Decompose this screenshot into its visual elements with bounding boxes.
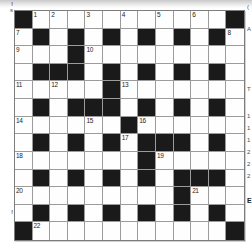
- cell-r5c3[interactable]: 12: [50, 81, 68, 99]
- cell-r3c11[interactable]: [191, 46, 209, 64]
- cell-r5c5[interactable]: [85, 81, 103, 99]
- clue-number-13: 13: [122, 81, 128, 88]
- cell-r11c1[interactable]: 20: [15, 187, 33, 205]
- cell-r9c3[interactable]: [50, 152, 68, 170]
- cell-r1c8[interactable]: [138, 11, 156, 29]
- cell-r11c11[interactable]: 21: [191, 187, 209, 205]
- cell-r9c2[interactable]: [33, 152, 51, 170]
- cell-r5c2[interactable]: [33, 81, 51, 99]
- cell-r8c5[interactable]: [85, 134, 103, 152]
- cell-r6c11[interactable]: [191, 99, 209, 117]
- cell-r4c7[interactable]: [121, 64, 139, 82]
- cell-r7c1[interactable]: 14: [15, 117, 33, 135]
- cell-r3c2[interactable]: [33, 46, 51, 64]
- cell-r7c6[interactable]: [103, 117, 121, 135]
- cell-r11c6[interactable]: [103, 187, 121, 205]
- cell-r6c13[interactable]: [226, 99, 244, 117]
- black-cell-r8c10: [174, 134, 192, 152]
- black-cell-r12c4: [68, 205, 86, 223]
- cell-r7c13[interactable]: [226, 117, 244, 135]
- cell-r11c5[interactable]: [85, 187, 103, 205]
- cell-r5c11[interactable]: [191, 81, 209, 99]
- clue-number-9: 9: [16, 46, 19, 53]
- cell-r2c13[interactable]: 8: [226, 29, 244, 47]
- cell-r4c9[interactable]: [156, 64, 174, 82]
- cell-r10c5[interactable]: [85, 170, 103, 188]
- edge-fragment-right-10: 2: [247, 161, 252, 167]
- cell-r5c4[interactable]: [68, 81, 86, 99]
- cell-r11c12[interactable]: [209, 187, 227, 205]
- black-cell-r8c2: [33, 134, 51, 152]
- cell-r8c13[interactable]: [226, 134, 244, 152]
- cell-r3c5[interactable]: 10: [85, 46, 103, 64]
- cell-r13c7[interactable]: [121, 222, 139, 240]
- clue-number-15: 15: [86, 117, 92, 124]
- black-cell-r10c10: [174, 170, 192, 188]
- clue-number-1: 1: [34, 11, 37, 18]
- cell-r10c13[interactable]: [226, 170, 244, 188]
- cell-r13c9[interactable]: [156, 222, 174, 240]
- cell-r1c5[interactable]: 3: [85, 11, 103, 29]
- black-cell-r2c6: [103, 29, 121, 47]
- cell-r5c1[interactable]: 11: [15, 81, 33, 99]
- cell-r8c1[interactable]: [15, 134, 33, 152]
- cell-r3c6[interactable]: [103, 46, 121, 64]
- cell-r3c13[interactable]: [226, 46, 244, 64]
- cell-r13c6[interactable]: [103, 222, 121, 240]
- black-cell-r3c4: [68, 46, 86, 64]
- black-cell-r4c12: [209, 64, 227, 82]
- black-cell-r4c10: [174, 64, 192, 82]
- cell-r10c3[interactable]: [50, 170, 68, 188]
- cell-r7c8[interactable]: 16: [138, 117, 156, 135]
- black-cell-r6c6: [103, 99, 121, 117]
- black-cell-r12c2: [33, 205, 51, 223]
- crossword-grid: 12345678910111213141516171819202122: [14, 10, 245, 241]
- cell-r3c10[interactable]: [174, 46, 192, 64]
- cell-r1c12[interactable]: [209, 11, 227, 29]
- crossword-page: { "game": "crossword", "grid": { "rows":…: [0, 0, 252, 245]
- cell-r13c11[interactable]: [191, 222, 209, 240]
- cell-r3c9[interactable]: [156, 46, 174, 64]
- cell-r9c5[interactable]: [85, 152, 103, 170]
- cell-r3c12[interactable]: [209, 46, 227, 64]
- black-cell-r7c7: [121, 117, 139, 135]
- black-cell-r10c2: [33, 170, 51, 188]
- black-cell-r4c3: [50, 64, 68, 82]
- cell-r7c11[interactable]: [191, 117, 209, 135]
- clue-number-7: 7: [16, 29, 19, 36]
- cell-r11c2[interactable]: [33, 187, 51, 205]
- cell-r1c11[interactable]: 6: [191, 11, 209, 29]
- cell-r3c1[interactable]: 9: [15, 46, 33, 64]
- cell-r12c3[interactable]: [50, 205, 68, 223]
- cell-r9c1[interactable]: 18: [15, 152, 33, 170]
- cell-r8c7[interactable]: 17: [121, 134, 139, 152]
- clue-number-3: 3: [86, 11, 89, 18]
- cell-r13c2[interactable]: 22: [33, 222, 51, 240]
- clue-number-2: 2: [51, 11, 54, 18]
- cell-r6c9[interactable]: [156, 99, 174, 117]
- black-cell-r12c8: [138, 205, 156, 223]
- cell-r8c11[interactable]: [191, 134, 209, 152]
- cell-r11c7[interactable]: [121, 187, 139, 205]
- edge-fragment-left-2: f: [0, 209, 13, 215]
- cell-r12c11[interactable]: [191, 205, 209, 223]
- cell-r2c9[interactable]: [156, 29, 174, 47]
- cell-r5c13[interactable]: [226, 81, 244, 99]
- cell-r4c5[interactable]: [85, 64, 103, 82]
- cell-r9c13[interactable]: [226, 152, 244, 170]
- black-cell-r6c2: [33, 99, 51, 117]
- clue-number-18: 18: [16, 152, 22, 159]
- clue-number-22: 22: [34, 222, 40, 229]
- black-cell-r10c6: [103, 170, 121, 188]
- cell-r11c13[interactable]: [226, 187, 244, 205]
- clue-number-17: 17: [122, 134, 128, 141]
- cell-r1c7[interactable]: 4: [121, 11, 139, 29]
- cell-r9c6[interactable]: [103, 152, 121, 170]
- cell-r13c5[interactable]: [85, 222, 103, 240]
- clue-number-14: 14: [16, 117, 22, 124]
- cell-r2c5[interactable]: [85, 29, 103, 47]
- cell-r3c8[interactable]: [138, 46, 156, 64]
- cell-r13c4[interactable]: [68, 222, 86, 240]
- clue-number-8: 8: [227, 29, 230, 36]
- cell-r2c7[interactable]: [121, 29, 139, 47]
- clue-number-16: 16: [139, 117, 145, 124]
- cell-r10c9[interactable]: [156, 170, 174, 188]
- cell-r5c8[interactable]: [138, 81, 156, 99]
- cell-r13c12[interactable]: [209, 222, 227, 240]
- cell-r3c7[interactable]: [121, 46, 139, 64]
- black-cell-r10c11: [191, 170, 209, 188]
- cell-r4c13[interactable]: [226, 64, 244, 82]
- black-cell-r8c6: [103, 134, 121, 152]
- black-cell-r11c10: [174, 187, 192, 205]
- black-cell-r8c4: [68, 134, 86, 152]
- clue-number-4: 4: [122, 11, 125, 18]
- edge-fragment-left-1: s: [0, 7, 13, 13]
- cell-r9c9[interactable]: 19: [156, 152, 174, 170]
- black-cell-r4c8: [138, 64, 156, 82]
- black-cell-r2c12: [209, 29, 227, 47]
- clue-number-5: 5: [157, 11, 160, 18]
- clue-number-21: 21: [192, 187, 198, 194]
- cell-r7c5[interactable]: 15: [85, 117, 103, 135]
- black-cell-r6c4: [68, 99, 86, 117]
- cell-r7c2[interactable]: [33, 117, 51, 135]
- cell-r5c12[interactable]: [209, 81, 227, 99]
- black-cell-r2c4: [68, 29, 86, 47]
- clue-number-6: 6: [192, 11, 195, 18]
- clue-number-10: 10: [86, 46, 92, 53]
- cell-r12c1[interactable]: [15, 205, 33, 223]
- cell-r12c5[interactable]: [85, 205, 103, 223]
- black-cell-r2c8: [138, 29, 156, 47]
- edge-fragment-right-11: 2: [247, 173, 252, 179]
- cell-r7c12[interactable]: [209, 117, 227, 135]
- cell-r7c9[interactable]: [156, 117, 174, 135]
- black-cell-r12c6: [103, 205, 121, 223]
- clue-number-20: 20: [16, 187, 22, 194]
- edge-fragment-right-3: (: [247, 4, 252, 10]
- cell-r2c1[interactable]: 7: [15, 29, 33, 47]
- cell-r12c7[interactable]: [121, 205, 139, 223]
- cell-r2c11[interactable]: [191, 29, 209, 47]
- page-top-edge: [0, 0, 252, 8]
- cell-r13c3[interactable]: [50, 222, 68, 240]
- cell-r6c7[interactable]: [121, 99, 139, 117]
- black-cell-r10c4: [68, 170, 86, 188]
- cell-r12c9[interactable]: [156, 205, 174, 223]
- black-cell-r1c13: [226, 11, 244, 29]
- cell-r10c1[interactable]: [15, 170, 33, 188]
- black-cell-r1c1: [15, 11, 33, 29]
- black-cell-r9c8: [138, 152, 156, 170]
- black-cell-r6c8: [138, 99, 156, 117]
- cell-r12c13[interactable]: [226, 205, 244, 223]
- cell-r11c3[interactable]: [50, 187, 68, 205]
- cell-r7c3[interactable]: [50, 117, 68, 135]
- cell-r8c3[interactable]: [50, 134, 68, 152]
- black-cell-r10c12: [209, 170, 227, 188]
- clue-number-11: 11: [16, 81, 22, 88]
- black-cell-r6c5: [85, 99, 103, 117]
- cell-r13c8[interactable]: [138, 222, 156, 240]
- cell-r13c10[interactable]: [174, 222, 192, 240]
- cell-r1c3[interactable]: 2: [50, 11, 68, 29]
- edge-fragment-right-9: 2: [247, 149, 252, 155]
- cell-r3c3[interactable]: [50, 46, 68, 64]
- edge-fragment-right-8: 1: [247, 137, 252, 143]
- cell-r5c7[interactable]: 13: [121, 81, 139, 99]
- clue-number-12: 12: [51, 81, 57, 88]
- black-cell-r6c10: [174, 99, 192, 117]
- black-cell-r2c2: [33, 29, 51, 47]
- black-cell-r8c9: [156, 134, 174, 152]
- cell-r1c6[interactable]: [103, 11, 121, 29]
- cell-r1c4[interactable]: [68, 11, 86, 29]
- edge-fragment-right-4: A: [247, 26, 252, 32]
- cell-r1c2[interactable]: 1: [33, 11, 51, 29]
- black-cell-r4c2: [33, 64, 51, 82]
- cell-r2c3[interactable]: [50, 29, 68, 47]
- cell-r1c9[interactable]: 5: [156, 11, 174, 29]
- cell-r11c4[interactable]: [68, 187, 86, 205]
- clue-number-19: 19: [157, 152, 163, 159]
- edge-fragment-right-12: E: [247, 198, 252, 204]
- black-cell-r10c8: [138, 170, 156, 188]
- cell-r5c9[interactable]: [156, 81, 174, 99]
- edge-fragment-right-6: 1: [247, 113, 252, 119]
- cell-r6c3[interactable]: [50, 99, 68, 117]
- cell-r4c11[interactable]: [191, 64, 209, 82]
- cell-r10c7[interactable]: [121, 170, 139, 188]
- black-cell-r13c13: [226, 222, 244, 240]
- cell-r11c8[interactable]: [138, 187, 156, 205]
- black-cell-r8c8: [138, 134, 156, 152]
- cell-r9c11[interactable]: [191, 152, 209, 170]
- cell-r9c4[interactable]: [68, 152, 86, 170]
- cell-r11c9[interactable]: [156, 187, 174, 205]
- black-cell-r5c6: [103, 81, 121, 99]
- black-cell-r6c12: [209, 99, 227, 117]
- cell-r4c1[interactable]: [15, 64, 33, 82]
- edge-fragment-right-7: 1: [247, 125, 252, 131]
- edge-fragment-right-5: T: [247, 86, 252, 92]
- black-cell-r4c4: [68, 64, 86, 82]
- black-cell-r4c6: [103, 64, 121, 82]
- black-cell-r12c10: [174, 205, 192, 223]
- cell-r9c7[interactable]: [121, 152, 139, 170]
- cell-r6c1[interactable]: [15, 99, 33, 117]
- cell-r7c4[interactable]: [68, 117, 86, 135]
- cell-r1c10[interactable]: [174, 11, 192, 29]
- cell-r9c10[interactable]: [174, 152, 192, 170]
- black-cell-r13c1: [15, 222, 33, 240]
- black-cell-r12c12: [209, 205, 227, 223]
- black-cell-r8c12: [209, 134, 227, 152]
- cell-r5c10[interactable]: [174, 81, 192, 99]
- black-cell-r2c10: [174, 29, 192, 47]
- cell-r9c12[interactable]: [209, 152, 227, 170]
- cell-r7c10[interactable]: [174, 117, 192, 135]
